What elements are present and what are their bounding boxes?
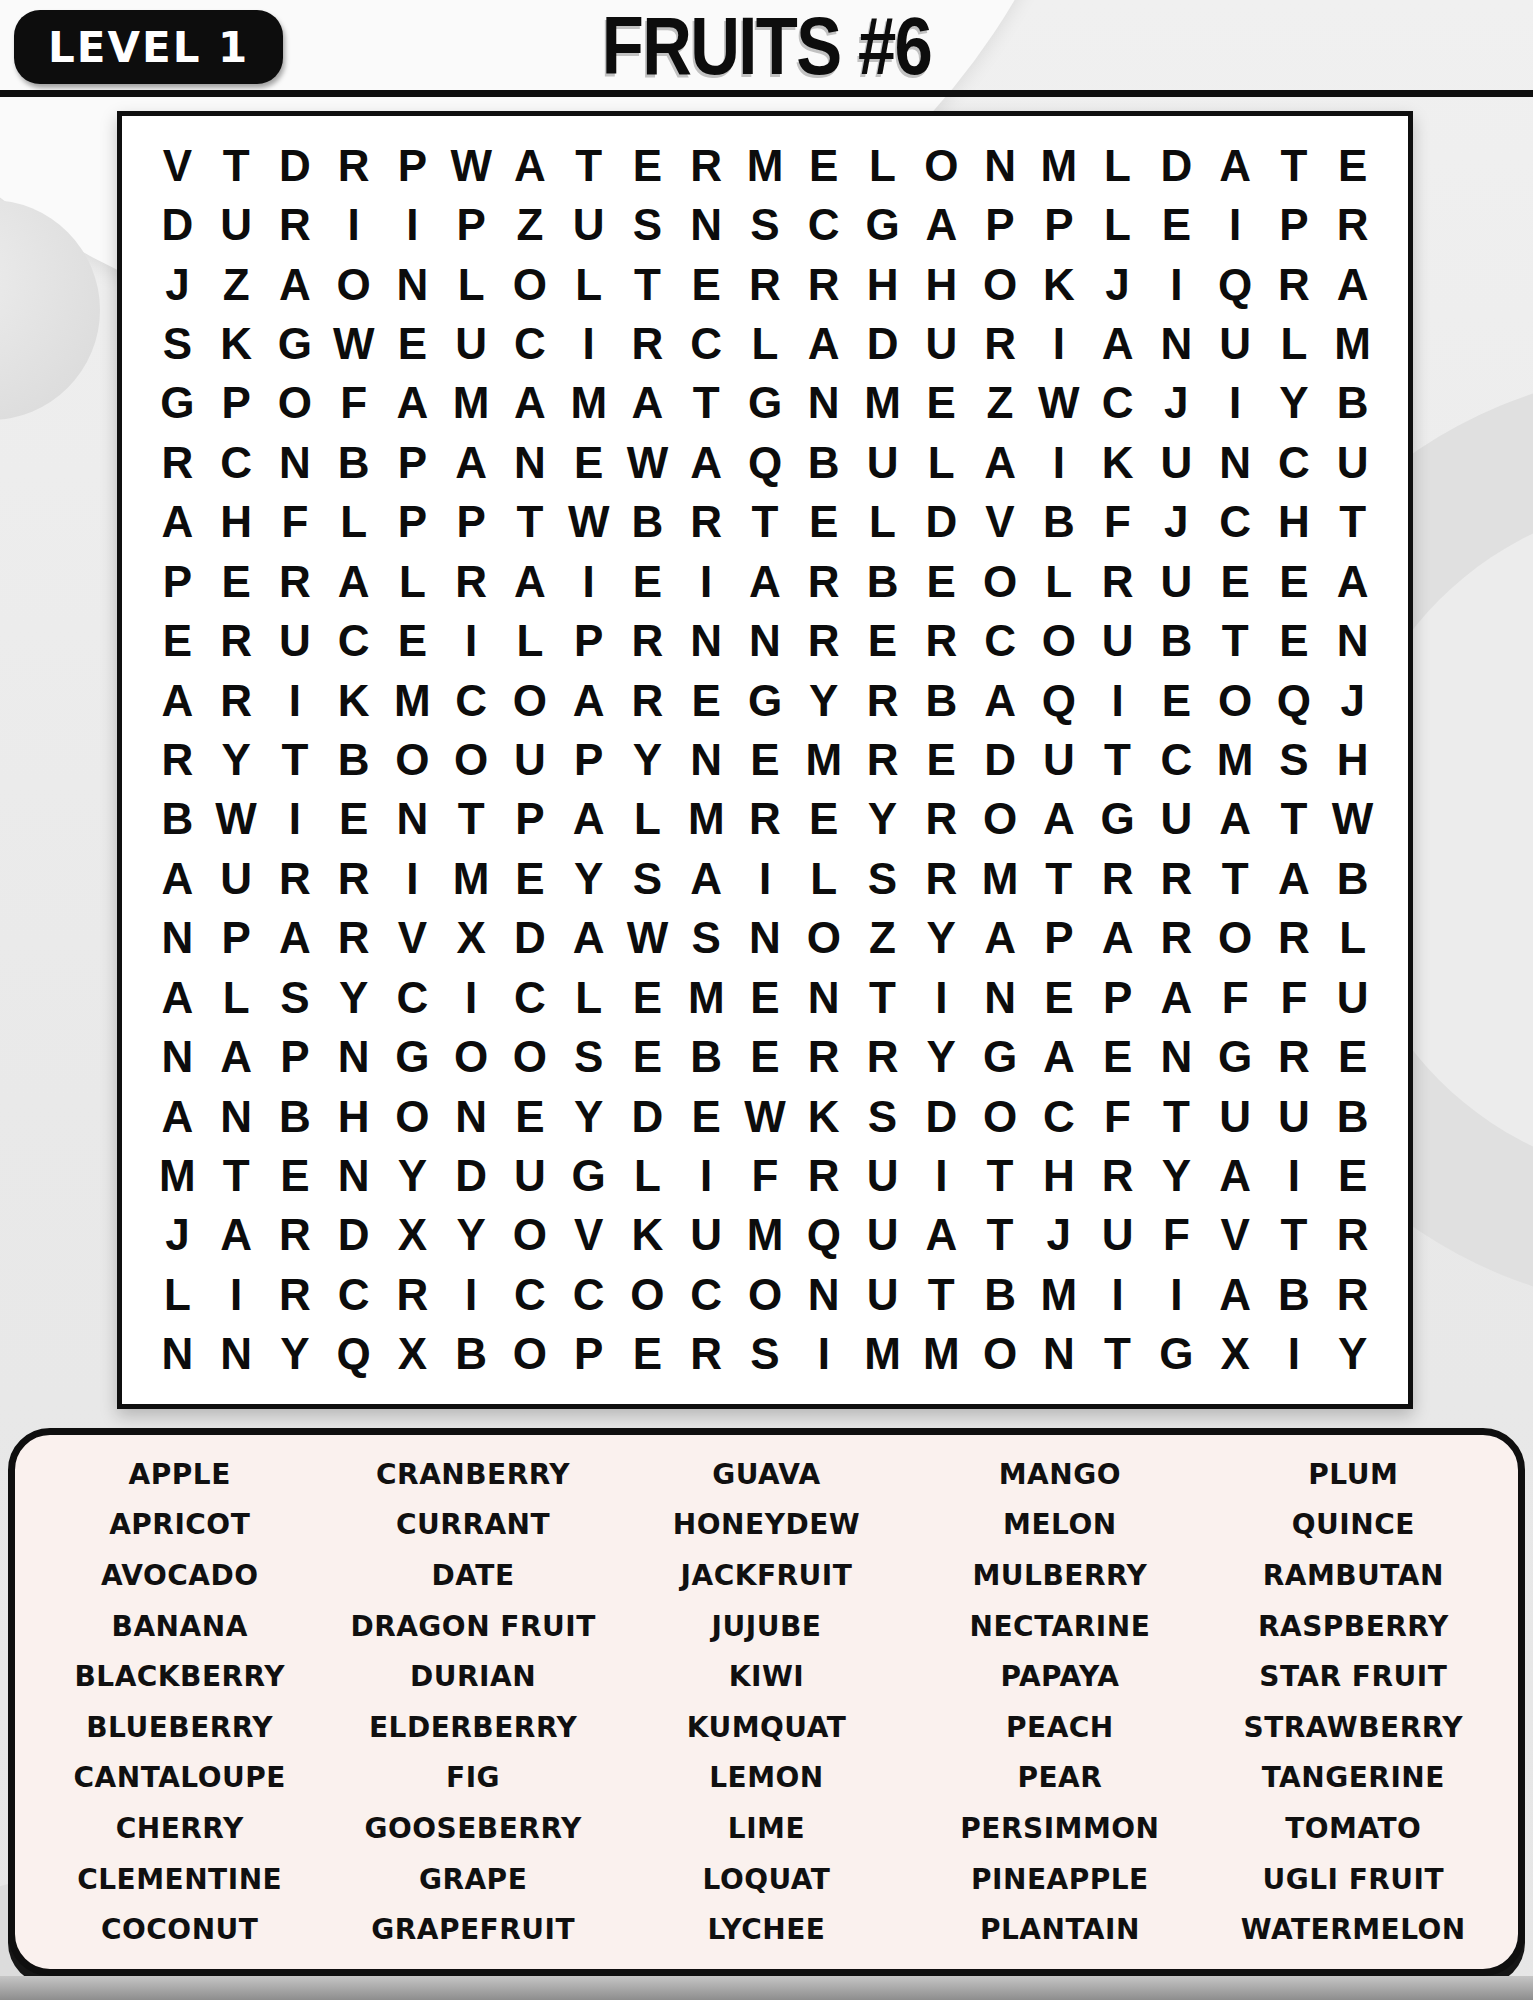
grid-cell[interactable]: M: [559, 374, 618, 433]
grid-cell[interactable]: A: [207, 1206, 266, 1265]
grid-cell[interactable]: E: [559, 433, 618, 492]
grid-cell[interactable]: L: [442, 255, 501, 314]
grid-cell[interactable]: R: [1264, 909, 1323, 968]
grid-cell[interactable]: S: [266, 968, 325, 1027]
grid-cell[interactable]: R: [266, 849, 325, 908]
grid-cell[interactable]: E: [794, 136, 853, 195]
grid-cell[interactable]: I: [1206, 195, 1265, 254]
grid-cell[interactable]: Q: [1264, 671, 1323, 730]
grid-cell[interactable]: U: [501, 730, 560, 789]
grid-cell[interactable]: T: [1147, 1087, 1206, 1146]
grid-cell[interactable]: N: [442, 1087, 501, 1146]
grid-cell[interactable]: N: [794, 1265, 853, 1324]
grid-cell[interactable]: E: [912, 374, 971, 433]
grid-cell[interactable]: U: [207, 195, 266, 254]
grid-cell[interactable]: R: [1323, 195, 1382, 254]
grid-cell[interactable]: I: [1206, 374, 1265, 433]
grid-cell[interactable]: O: [501, 1206, 560, 1265]
grid-cell[interactable]: H: [1264, 493, 1323, 552]
grid-cell[interactable]: Z: [207, 255, 266, 314]
grid-cell[interactable]: A: [794, 314, 853, 373]
grid-cell[interactable]: C: [794, 195, 853, 254]
grid-cell[interactable]: X: [442, 909, 501, 968]
grid-cell[interactable]: X: [383, 1206, 442, 1265]
grid-cell[interactable]: B: [324, 433, 383, 492]
grid-cell[interactable]: N: [677, 195, 736, 254]
grid-cell[interactable]: O: [971, 255, 1030, 314]
grid-cell[interactable]: A: [1147, 968, 1206, 1027]
grid-cell[interactable]: N: [794, 968, 853, 1027]
grid-cell[interactable]: A: [266, 255, 325, 314]
grid-cell[interactable]: R: [1088, 849, 1147, 908]
grid-cell[interactable]: L: [1323, 909, 1382, 968]
grid-cell[interactable]: M: [912, 1325, 971, 1384]
grid-cell[interactable]: A: [148, 671, 207, 730]
grid-cell[interactable]: T: [559, 136, 618, 195]
grid-cell[interactable]: B: [148, 790, 207, 849]
grid-cell[interactable]: I: [266, 671, 325, 730]
grid-cell[interactable]: I: [1088, 671, 1147, 730]
grid-cell[interactable]: P: [442, 195, 501, 254]
grid-cell[interactable]: Q: [794, 1206, 853, 1265]
grid-cell[interactable]: L: [1088, 195, 1147, 254]
grid-cell[interactable]: N: [207, 1325, 266, 1384]
grid-cell[interactable]: Y: [1147, 1146, 1206, 1205]
grid-cell[interactable]: S: [1264, 730, 1323, 789]
grid-cell[interactable]: I: [442, 1265, 501, 1324]
grid-cell[interactable]: N: [148, 1325, 207, 1384]
grid-cell[interactable]: A: [618, 374, 677, 433]
grid-cell[interactable]: M: [853, 374, 912, 433]
grid-cell[interactable]: E: [618, 1027, 677, 1086]
grid-cell[interactable]: B: [853, 552, 912, 611]
grid-cell[interactable]: U: [501, 1146, 560, 1205]
grid-cell[interactable]: I: [1264, 1146, 1323, 1205]
grid-cell[interactable]: I: [1029, 433, 1088, 492]
grid-cell[interactable]: S: [618, 849, 677, 908]
grid-cell[interactable]: C: [1088, 374, 1147, 433]
grid-cell[interactable]: R: [853, 671, 912, 730]
grid-cell[interactable]: S: [559, 1027, 618, 1086]
grid-cell[interactable]: K: [1088, 433, 1147, 492]
grid-cell[interactable]: T: [677, 374, 736, 433]
grid-cell[interactable]: L: [207, 968, 266, 1027]
grid-cell[interactable]: E: [324, 790, 383, 849]
grid-cell[interactable]: P: [1029, 909, 1088, 968]
grid-cell[interactable]: G: [853, 195, 912, 254]
grid-cell[interactable]: R: [677, 493, 736, 552]
grid-cell[interactable]: B: [912, 671, 971, 730]
grid-cell[interactable]: R: [794, 1146, 853, 1205]
grid-cell[interactable]: L: [736, 314, 795, 373]
grid-cell[interactable]: Q: [1206, 255, 1265, 314]
grid-cell[interactable]: Y: [383, 1146, 442, 1205]
grid-cell[interactable]: J: [1088, 255, 1147, 314]
grid-cell[interactable]: I: [559, 552, 618, 611]
grid-cell[interactable]: E: [1206, 552, 1265, 611]
grid-cell[interactable]: C: [207, 433, 266, 492]
grid-cell[interactable]: O: [501, 1325, 560, 1384]
grid-cell[interactable]: A: [559, 909, 618, 968]
grid-cell[interactable]: M: [148, 1146, 207, 1205]
grid-cell[interactable]: B: [618, 493, 677, 552]
grid-cell[interactable]: R: [677, 1325, 736, 1384]
grid-cell[interactable]: E: [618, 136, 677, 195]
grid-cell[interactable]: A: [1264, 849, 1323, 908]
grid-cell[interactable]: D: [853, 314, 912, 373]
grid-cell[interactable]: O: [501, 1027, 560, 1086]
grid-cell[interactable]: I: [1147, 1265, 1206, 1324]
grid-cell[interactable]: A: [383, 374, 442, 433]
grid-cell[interactable]: O: [912, 136, 971, 195]
grid-cell[interactable]: T: [1088, 730, 1147, 789]
grid-cell[interactable]: I: [383, 195, 442, 254]
grid-cell[interactable]: M: [853, 1325, 912, 1384]
grid-cell[interactable]: D: [912, 1087, 971, 1146]
grid-cell[interactable]: A: [266, 909, 325, 968]
grid-cell[interactable]: R: [148, 433, 207, 492]
grid-cell[interactable]: E: [618, 552, 677, 611]
grid-cell[interactable]: L: [853, 136, 912, 195]
grid-cell[interactable]: U: [853, 1146, 912, 1205]
grid-cell[interactable]: W: [1323, 790, 1382, 849]
grid-cell[interactable]: S: [853, 1087, 912, 1146]
grid-cell[interactable]: K: [794, 1087, 853, 1146]
grid-cell[interactable]: U: [1147, 433, 1206, 492]
grid-cell[interactable]: O: [1029, 611, 1088, 670]
grid-cell[interactable]: K: [324, 671, 383, 730]
grid-cell[interactable]: C: [324, 1265, 383, 1324]
grid-cell[interactable]: R: [853, 1027, 912, 1086]
grid-cell[interactable]: N: [1323, 611, 1382, 670]
grid-cell[interactable]: D: [501, 909, 560, 968]
grid-cell[interactable]: Y: [794, 671, 853, 730]
grid-cell[interactable]: U: [853, 433, 912, 492]
grid-cell[interactable]: A: [971, 909, 1030, 968]
grid-cell[interactable]: F: [1088, 1087, 1147, 1146]
grid-cell[interactable]: U: [1147, 790, 1206, 849]
grid-cell[interactable]: R: [912, 849, 971, 908]
grid-cell[interactable]: N: [677, 730, 736, 789]
grid-cell[interactable]: L: [559, 255, 618, 314]
grid-cell[interactable]: G: [383, 1027, 442, 1086]
grid-cell[interactable]: E: [266, 1146, 325, 1205]
grid-cell[interactable]: O: [442, 730, 501, 789]
grid-cell[interactable]: R: [266, 195, 325, 254]
grid-cell[interactable]: T: [207, 136, 266, 195]
grid-cell[interactable]: T: [736, 493, 795, 552]
grid-cell[interactable]: N: [971, 136, 1030, 195]
grid-cell[interactable]: L: [1264, 314, 1323, 373]
grid-cell[interactable]: R: [677, 136, 736, 195]
grid-cell[interactable]: S: [736, 195, 795, 254]
grid-cell[interactable]: I: [207, 1265, 266, 1324]
grid-cell[interactable]: Q: [324, 1325, 383, 1384]
grid-cell[interactable]: G: [559, 1146, 618, 1205]
grid-cell[interactable]: A: [501, 374, 560, 433]
grid-cell[interactable]: R: [794, 611, 853, 670]
grid-cell[interactable]: Y: [1264, 374, 1323, 433]
grid-cell[interactable]: Y: [442, 1206, 501, 1265]
grid-cell[interactable]: L: [148, 1265, 207, 1324]
grid-cell[interactable]: U: [442, 314, 501, 373]
grid-cell[interactable]: R: [1147, 849, 1206, 908]
grid-cell[interactable]: B: [1029, 493, 1088, 552]
grid-cell[interactable]: Y: [618, 730, 677, 789]
grid-cell[interactable]: E: [912, 552, 971, 611]
grid-cell[interactable]: B: [1147, 611, 1206, 670]
grid-cell[interactable]: E: [912, 730, 971, 789]
grid-cell[interactable]: B: [266, 1087, 325, 1146]
grid-cell[interactable]: Y: [324, 968, 383, 1027]
grid-cell[interactable]: P: [148, 552, 207, 611]
grid-cell[interactable]: S: [736, 1325, 795, 1384]
grid-cell[interactable]: X: [383, 1325, 442, 1384]
grid-cell[interactable]: P: [1029, 195, 1088, 254]
grid-cell[interactable]: R: [1088, 1146, 1147, 1205]
grid-cell[interactable]: T: [853, 968, 912, 1027]
grid-cell[interactable]: R: [1147, 909, 1206, 968]
grid-cell[interactable]: P: [383, 136, 442, 195]
grid-cell[interactable]: U: [1206, 314, 1265, 373]
grid-cell[interactable]: N: [383, 255, 442, 314]
grid-cell[interactable]: U: [1264, 1087, 1323, 1146]
grid-cell[interactable]: Z: [853, 909, 912, 968]
grid-cell[interactable]: O: [971, 1325, 1030, 1384]
grid-cell[interactable]: V: [148, 136, 207, 195]
grid-cell[interactable]: A: [324, 552, 383, 611]
grid-cell[interactable]: M: [677, 968, 736, 1027]
grid-cell[interactable]: S: [148, 314, 207, 373]
grid-cell[interactable]: U: [266, 611, 325, 670]
grid-cell[interactable]: U: [853, 1206, 912, 1265]
grid-cell[interactable]: C: [1264, 433, 1323, 492]
grid-cell[interactable]: T: [1088, 1325, 1147, 1384]
grid-cell[interactable]: R: [618, 671, 677, 730]
grid-cell[interactable]: V: [1206, 1206, 1265, 1265]
grid-cell[interactable]: I: [677, 1146, 736, 1205]
grid-cell[interactable]: I: [266, 790, 325, 849]
grid-cell[interactable]: B: [677, 1027, 736, 1086]
grid-cell[interactable]: T: [1264, 1206, 1323, 1265]
grid-cell[interactable]: E: [148, 611, 207, 670]
grid-cell[interactable]: R: [207, 671, 266, 730]
grid-cell[interactable]: A: [971, 433, 1030, 492]
grid-cell[interactable]: T: [1323, 493, 1382, 552]
grid-cell[interactable]: G: [736, 671, 795, 730]
grid-cell[interactable]: E: [1323, 136, 1382, 195]
grid-cell[interactable]: A: [148, 849, 207, 908]
grid-cell[interactable]: A: [148, 1087, 207, 1146]
grid-cell[interactable]: Y: [912, 909, 971, 968]
grid-cell[interactable]: R: [794, 1027, 853, 1086]
grid-cell[interactable]: N: [266, 433, 325, 492]
grid-cell[interactable]: U: [1323, 433, 1382, 492]
grid-cell[interactable]: N: [677, 611, 736, 670]
grid-cell[interactable]: U: [559, 195, 618, 254]
grid-cell[interactable]: O: [442, 1027, 501, 1086]
grid-cell[interactable]: R: [1088, 552, 1147, 611]
grid-cell[interactable]: T: [1264, 790, 1323, 849]
grid-cell[interactable]: I: [1029, 314, 1088, 373]
grid-cell[interactable]: F: [736, 1146, 795, 1205]
grid-cell[interactable]: Q: [1029, 671, 1088, 730]
grid-cell[interactable]: O: [501, 671, 560, 730]
grid-cell[interactable]: D: [324, 1206, 383, 1265]
grid-cell[interactable]: E: [677, 671, 736, 730]
grid-cell[interactable]: L: [501, 611, 560, 670]
grid-cell[interactable]: G: [1088, 790, 1147, 849]
grid-cell[interactable]: Z: [501, 195, 560, 254]
grid-cell[interactable]: I: [1088, 1265, 1147, 1324]
grid-cell[interactable]: C: [1029, 1087, 1088, 1146]
grid-cell[interactable]: D: [442, 1146, 501, 1205]
grid-cell[interactable]: G: [971, 1027, 1030, 1086]
grid-cell[interactable]: A: [677, 433, 736, 492]
grid-cell[interactable]: T: [971, 1206, 1030, 1265]
grid-cell[interactable]: A: [912, 195, 971, 254]
grid-cell[interactable]: V: [383, 909, 442, 968]
grid-cell[interactable]: W: [736, 1087, 795, 1146]
grid-cell[interactable]: I: [1264, 1325, 1323, 1384]
grid-cell[interactable]: P: [501, 790, 560, 849]
grid-cell[interactable]: Y: [266, 1325, 325, 1384]
grid-cell[interactable]: U: [1206, 1087, 1265, 1146]
grid-cell[interactable]: K: [207, 314, 266, 373]
grid-cell[interactable]: E: [207, 552, 266, 611]
grid-cell[interactable]: T: [501, 493, 560, 552]
grid-cell[interactable]: O: [383, 730, 442, 789]
grid-cell[interactable]: U: [1029, 730, 1088, 789]
grid-cell[interactable]: N: [794, 374, 853, 433]
grid-cell[interactable]: C: [383, 968, 442, 1027]
grid-cell[interactable]: E: [736, 1027, 795, 1086]
grid-cell[interactable]: I: [794, 1325, 853, 1384]
grid-cell[interactable]: I: [324, 195, 383, 254]
grid-cell[interactable]: M: [1029, 136, 1088, 195]
grid-cell[interactable]: R: [912, 790, 971, 849]
grid-cell[interactable]: I: [677, 552, 736, 611]
grid-cell[interactable]: F: [1264, 968, 1323, 1027]
grid-cell[interactable]: S: [618, 195, 677, 254]
grid-cell[interactable]: O: [266, 374, 325, 433]
grid-cell[interactable]: O: [736, 1265, 795, 1324]
grid-cell[interactable]: R: [1264, 255, 1323, 314]
grid-cell[interactable]: E: [1147, 671, 1206, 730]
grid-cell[interactable]: T: [1206, 611, 1265, 670]
grid-cell[interactable]: Y: [1323, 1325, 1382, 1384]
grid-cell[interactable]: F: [1147, 1206, 1206, 1265]
grid-cell[interactable]: N: [736, 611, 795, 670]
grid-cell[interactable]: O: [1206, 909, 1265, 968]
grid-cell[interactable]: C: [677, 1265, 736, 1324]
grid-cell[interactable]: N: [148, 909, 207, 968]
grid-cell[interactable]: R: [1323, 1265, 1382, 1324]
grid-cell[interactable]: C: [1147, 730, 1206, 789]
grid-cell[interactable]: L: [1088, 136, 1147, 195]
grid-cell[interactable]: E: [677, 255, 736, 314]
grid-cell[interactable]: P: [383, 433, 442, 492]
grid-cell[interactable]: T: [207, 1146, 266, 1205]
grid-cell[interactable]: L: [853, 493, 912, 552]
grid-cell[interactable]: G: [148, 374, 207, 433]
grid-cell[interactable]: Y: [559, 1087, 618, 1146]
grid-cell[interactable]: A: [677, 849, 736, 908]
grid-cell[interactable]: B: [324, 730, 383, 789]
grid-cell[interactable]: U: [1147, 552, 1206, 611]
grid-cell[interactable]: E: [383, 611, 442, 670]
grid-cell[interactable]: T: [1206, 849, 1265, 908]
grid-cell[interactable]: D: [266, 136, 325, 195]
grid-cell[interactable]: A: [1206, 790, 1265, 849]
grid-cell[interactable]: M: [736, 1206, 795, 1265]
grid-cell[interactable]: F: [266, 493, 325, 552]
grid-cell[interactable]: N: [1206, 433, 1265, 492]
grid-cell[interactable]: D: [148, 195, 207, 254]
grid-cell[interactable]: H: [1029, 1146, 1088, 1205]
grid-cell[interactable]: C: [501, 1265, 560, 1324]
grid-cell[interactable]: L: [618, 790, 677, 849]
grid-cell[interactable]: E: [677, 1087, 736, 1146]
grid-cell[interactable]: U: [1088, 611, 1147, 670]
grid-cell[interactable]: H: [912, 255, 971, 314]
grid-cell[interactable]: R: [383, 1265, 442, 1324]
grid-cell[interactable]: T: [1264, 136, 1323, 195]
grid-cell[interactable]: J: [1147, 374, 1206, 433]
grid-cell[interactable]: D: [618, 1087, 677, 1146]
grid-cell[interactable]: J: [148, 1206, 207, 1265]
grid-cell[interactable]: Y: [853, 790, 912, 849]
grid-cell[interactable]: A: [736, 552, 795, 611]
grid-cell[interactable]: D: [971, 730, 1030, 789]
grid-cell[interactable]: A: [1206, 1146, 1265, 1205]
grid-cell[interactable]: C: [1206, 493, 1265, 552]
grid-cell[interactable]: N: [1029, 1325, 1088, 1384]
grid-cell[interactable]: N: [1147, 1027, 1206, 1086]
grid-cell[interactable]: R: [207, 611, 266, 670]
grid-cell[interactable]: R: [853, 730, 912, 789]
grid-cell[interactable]: R: [618, 611, 677, 670]
grid-cell[interactable]: N: [501, 433, 560, 492]
grid-cell[interactable]: T: [1029, 849, 1088, 908]
grid-cell[interactable]: B: [442, 1325, 501, 1384]
grid-cell[interactable]: S: [853, 849, 912, 908]
grid-cell[interactable]: T: [266, 730, 325, 789]
grid-cell[interactable]: W: [618, 433, 677, 492]
grid-cell[interactable]: I: [383, 849, 442, 908]
grid-cell[interactable]: F: [1088, 493, 1147, 552]
grid-cell[interactable]: R: [1264, 1027, 1323, 1086]
grid-cell[interactable]: R: [266, 1265, 325, 1324]
grid-cell[interactable]: Y: [207, 730, 266, 789]
grid-cell[interactable]: I: [442, 968, 501, 1027]
grid-cell[interactable]: A: [207, 1027, 266, 1086]
grid-cell[interactable]: L: [794, 849, 853, 908]
grid-cell[interactable]: E: [794, 790, 853, 849]
grid-cell[interactable]: R: [736, 790, 795, 849]
grid-cell[interactable]: A: [1088, 314, 1147, 373]
grid-cell[interactable]: L: [618, 1146, 677, 1205]
grid-cell[interactable]: T: [618, 255, 677, 314]
grid-cell[interactable]: B: [1323, 849, 1382, 908]
grid-cell[interactable]: R: [148, 730, 207, 789]
grid-cell[interactable]: E: [618, 1325, 677, 1384]
grid-cell[interactable]: G: [1206, 1027, 1265, 1086]
grid-cell[interactable]: E: [1147, 195, 1206, 254]
grid-cell[interactable]: U: [207, 849, 266, 908]
grid-cell[interactable]: J: [1029, 1206, 1088, 1265]
grid-cell[interactable]: E: [383, 314, 442, 373]
